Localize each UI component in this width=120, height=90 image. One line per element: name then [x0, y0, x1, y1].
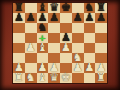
white-rook-piece: ♜: [14, 73, 24, 83]
square-c2[interactable]: ♟: [37, 63, 49, 73]
square-f4[interactable]: [72, 43, 84, 53]
white-pawn-piece: ♟: [73, 63, 83, 73]
square-f5[interactable]: [72, 33, 84, 43]
black-pawn-piece: ♟: [14, 13, 24, 23]
black-king-piece: ♚: [61, 3, 71, 13]
square-g6[interactable]: [84, 23, 96, 33]
white-pawn-piece: ♟: [96, 63, 106, 73]
square-g4[interactable]: [84, 43, 96, 53]
square-h4[interactable]: [95, 43, 107, 53]
white-pawn-piece: ♟: [49, 63, 59, 73]
square-f1[interactable]: [72, 73, 84, 83]
black-rook-piece: ♜: [14, 3, 24, 13]
square-a5[interactable]: [13, 33, 25, 43]
square-c6[interactable]: ♞: [37, 23, 49, 33]
square-e2[interactable]: [60, 63, 72, 73]
square-h2[interactable]: ♟: [95, 63, 107, 73]
square-f7[interactable]: ♟: [72, 13, 84, 23]
square-c1[interactable]: ♝: [37, 73, 49, 83]
square-b3[interactable]: [25, 53, 37, 63]
square-f3[interactable]: ♞: [72, 53, 84, 63]
green-cross-marker: +: [37, 33, 49, 43]
square-g1[interactable]: [84, 73, 96, 83]
square-h1[interactable]: ♜: [95, 73, 107, 83]
square-b6[interactable]: [25, 23, 37, 33]
square-e3[interactable]: [60, 53, 72, 63]
white-pawn-piece: ♟: [37, 63, 47, 73]
white-knight-piece: ♞: [26, 73, 36, 83]
white-rook-piece: ♜: [96, 73, 106, 83]
square-e7[interactable]: [60, 13, 72, 23]
square-d2[interactable]: ♟: [48, 63, 60, 73]
black-knight-piece: ♞: [37, 23, 47, 33]
square-e6[interactable]: [60, 23, 72, 33]
white-pawn-piece: ♟: [26, 43, 36, 53]
white-knight-piece: ♞: [73, 53, 83, 63]
square-d5[interactable]: [48, 33, 60, 43]
square-c7[interactable]: ♟: [37, 13, 49, 23]
black-bishop-piece: ♝: [37, 3, 47, 13]
square-e4[interactable]: ♟: [60, 43, 72, 53]
square-c5[interactable]: +: [37, 33, 49, 43]
square-b2[interactable]: [25, 63, 37, 73]
square-h5[interactable]: [95, 33, 107, 43]
square-c8[interactable]: ♝: [37, 3, 49, 13]
square-b1[interactable]: ♞: [25, 73, 37, 83]
white-pawn-piece: ♟: [14, 63, 24, 73]
square-e8[interactable]: ♚: [60, 3, 72, 13]
white-pawn-piece: ♟: [61, 43, 71, 53]
square-f6[interactable]: [72, 23, 84, 33]
white-queen-piece: ♛: [49, 73, 59, 83]
white-bishop-piece: ♝: [37, 73, 47, 83]
square-e5[interactable]: ♟: [60, 33, 72, 43]
square-b7[interactable]: ♟: [25, 13, 37, 23]
square-a7[interactable]: ♟: [13, 13, 25, 23]
square-a6[interactable]: [13, 23, 25, 33]
square-d7[interactable]: ♟: [48, 13, 60, 23]
white-bishop-piece: ♝: [37, 43, 47, 53]
square-b4[interactable]: ♟: [25, 43, 37, 53]
square-d4[interactable]: [48, 43, 60, 53]
square-c4[interactable]: ♝: [37, 43, 49, 53]
square-f2[interactable]: ♟: [72, 63, 84, 73]
white-pawn-piece: ♟: [84, 63, 94, 73]
square-h7[interactable]: ♟: [95, 13, 107, 23]
black-pawn-piece: ♟: [26, 13, 36, 23]
black-pawn-piece: ♟: [61, 33, 71, 43]
black-knight-piece: ♞: [84, 3, 94, 13]
square-d8[interactable]: ♛: [48, 3, 60, 13]
square-a1[interactable]: ♜: [13, 73, 25, 83]
square-a3[interactable]: [13, 53, 25, 63]
square-g5[interactable]: [84, 33, 96, 43]
square-g8[interactable]: ♞: [84, 3, 96, 13]
square-h8[interactable]: ♜: [95, 3, 107, 13]
square-g2[interactable]: ♟: [84, 63, 96, 73]
black-pawn-piece: ♟: [49, 13, 59, 23]
chess-board[interactable]: ♜♝♛♚♞♜♟♟♟♟♟♟♟♞+♟♟♝♟♞♟♟♟♟♟♟♜♞♝♛♚♜: [13, 3, 107, 83]
square-a2[interactable]: ♟: [13, 63, 25, 73]
black-pawn-piece: ♟: [84, 13, 94, 23]
square-d1[interactable]: ♛: [48, 73, 60, 83]
square-d3[interactable]: [48, 53, 60, 63]
square-c3[interactable]: [37, 53, 49, 63]
square-a8[interactable]: ♜: [13, 3, 25, 13]
square-b8[interactable]: [25, 3, 37, 13]
square-h3[interactable]: [95, 53, 107, 63]
square-h6[interactable]: [95, 23, 107, 33]
square-f8[interactable]: [72, 3, 84, 13]
black-queen-piece: ♛: [49, 3, 59, 13]
square-g7[interactable]: ♟: [84, 13, 96, 23]
black-rook-piece: ♜: [96, 3, 106, 13]
square-b5[interactable]: [25, 33, 37, 43]
square-e1[interactable]: ♚: [60, 73, 72, 83]
black-pawn-piece: ♟: [73, 13, 83, 23]
square-d6[interactable]: [48, 23, 60, 33]
black-pawn-piece: ♟: [96, 13, 106, 23]
square-g3[interactable]: [84, 53, 96, 63]
square-a4[interactable]: [13, 43, 25, 53]
black-pawn-piece: ♟: [37, 13, 47, 23]
white-king-piece: ♚: [61, 73, 71, 83]
